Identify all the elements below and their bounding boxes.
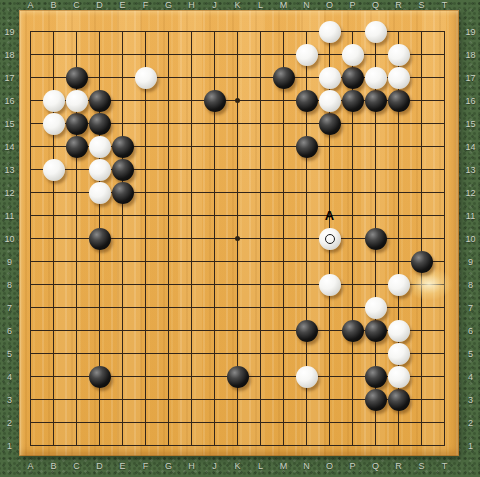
coord-label: D (96, 461, 103, 472)
coord-label: S (418, 461, 424, 472)
coord-label: T (442, 461, 448, 472)
coord-label: 16 (461, 96, 480, 106)
stone-white-N4 (296, 366, 318, 388)
stone-white-B15 (43, 113, 65, 135)
coord-label: L (258, 461, 263, 472)
stone-black-E13 (112, 159, 134, 181)
stone-black-D4 (89, 366, 111, 388)
star-point (235, 98, 240, 103)
coord-label: 11 (0, 211, 19, 221)
coord-label: N (303, 461, 310, 472)
stone-black-P16 (342, 90, 364, 112)
coord-label: R (395, 461, 402, 472)
stone-white-O8 (319, 274, 341, 296)
coord-label: A (27, 461, 33, 472)
coord-label: 13 (0, 165, 19, 175)
stone-black-Q6 (365, 320, 387, 342)
coord-label: 10 (0, 234, 19, 244)
star-point (235, 236, 240, 241)
coord-label: 3 (0, 395, 19, 405)
stone-white-R18 (388, 44, 410, 66)
stone-black-Q3 (365, 389, 387, 411)
coord-label: 2 (461, 418, 480, 428)
coord-label: 14 (461, 142, 480, 152)
stone-white-R5 (388, 343, 410, 365)
stone-white-D13 (89, 159, 111, 181)
stone-black-D10 (89, 228, 111, 250)
coord-label: 18 (461, 50, 480, 60)
coord-label: 5 (0, 349, 19, 359)
stone-black-R3 (388, 389, 410, 411)
coord-label: 17 (461, 73, 480, 83)
coord-label: 18 (0, 50, 19, 60)
stone-white-D14 (89, 136, 111, 158)
stone-black-N6 (296, 320, 318, 342)
coord-label: O (326, 461, 333, 472)
coord-label: 16 (0, 96, 19, 106)
coord-label: B (50, 461, 56, 472)
coord-label: 5 (461, 349, 480, 359)
stone-white-C16 (66, 90, 88, 112)
coord-label: 9 (0, 257, 19, 267)
coord-label: H (188, 461, 195, 472)
point-label-A: A (325, 209, 334, 222)
stone-black-D16 (89, 90, 111, 112)
coord-label: 15 (0, 119, 19, 129)
stone-black-O15 (319, 113, 341, 135)
stone-white-B16 (43, 90, 65, 112)
stone-white-R6 (388, 320, 410, 342)
coord-label: 7 (0, 303, 19, 313)
coord-label: 1 (0, 441, 19, 451)
stone-black-P6 (342, 320, 364, 342)
go-board-screen: ABCDEFGHJKLMNOPQRST ABCDEFGHJKLMNOPQRST … (0, 0, 480, 477)
go-board-grid[interactable]: A (19, 20, 456, 457)
coord-label: 8 (0, 280, 19, 290)
stone-white-R4 (388, 366, 410, 388)
coord-label: 3 (461, 395, 480, 405)
stone-white-N18 (296, 44, 318, 66)
coord-label: 14 (0, 142, 19, 152)
stone-white-Q7 (365, 297, 387, 319)
coord-label: 1 (461, 441, 480, 451)
coord-label: 6 (461, 326, 480, 336)
coord-label: 2 (0, 418, 19, 428)
stone-black-S9 (411, 251, 433, 273)
coord-label: 13 (461, 165, 480, 175)
coord-label: 12 (0, 188, 19, 198)
coord-label: J (212, 461, 217, 472)
stone-black-C15 (66, 113, 88, 135)
coord-label: 7 (461, 303, 480, 313)
stone-black-C14 (66, 136, 88, 158)
stone-black-M17 (273, 67, 295, 89)
coord-label: 15 (461, 119, 480, 129)
stone-white-O19 (319, 21, 341, 43)
stone-black-P17 (342, 67, 364, 89)
stone-black-E12 (112, 182, 134, 204)
coord-label: 4 (461, 372, 480, 382)
stone-black-E14 (112, 136, 134, 158)
stone-white-O10 (319, 228, 341, 250)
stone-black-Q4 (365, 366, 387, 388)
coord-label: 12 (461, 188, 480, 198)
last-move-circle-marker (325, 234, 335, 244)
coord-label: 11 (461, 211, 480, 221)
stone-white-R8 (388, 274, 410, 296)
stone-white-P18 (342, 44, 364, 66)
coord-label: 6 (0, 326, 19, 336)
stone-white-O16 (319, 90, 341, 112)
coord-label: P (349, 461, 355, 472)
coord-label: 19 (461, 27, 480, 37)
coord-label: E (119, 461, 125, 472)
coord-label: K (234, 461, 240, 472)
coord-label: 19 (0, 27, 19, 37)
stone-black-D15 (89, 113, 111, 135)
stone-white-F17 (135, 67, 157, 89)
coord-label: F (143, 461, 149, 472)
coord-label: 9 (461, 257, 480, 267)
stone-black-Q16 (365, 90, 387, 112)
stone-white-Q17 (365, 67, 387, 89)
coord-label: 10 (461, 234, 480, 244)
stone-white-Q19 (365, 21, 387, 43)
coord-label: G (165, 461, 172, 472)
stone-white-B13 (43, 159, 65, 181)
go-board[interactable]: A (19, 10, 459, 456)
coord-label: Q (372, 461, 379, 472)
stone-white-O17 (319, 67, 341, 89)
coord-label: C (73, 461, 80, 472)
stone-white-D12 (89, 182, 111, 204)
stone-black-Q10 (365, 228, 387, 250)
coord-label: 8 (461, 280, 480, 290)
coord-label: M (280, 461, 288, 472)
coord-label: 4 (0, 372, 19, 382)
stone-black-N16 (296, 90, 318, 112)
stone-black-R16 (388, 90, 410, 112)
stone-black-J16 (204, 90, 226, 112)
stone-white-R17 (388, 67, 410, 89)
stone-black-C17 (66, 67, 88, 89)
coord-label: 17 (0, 73, 19, 83)
stone-black-K4 (227, 366, 249, 388)
stone-black-N14 (296, 136, 318, 158)
